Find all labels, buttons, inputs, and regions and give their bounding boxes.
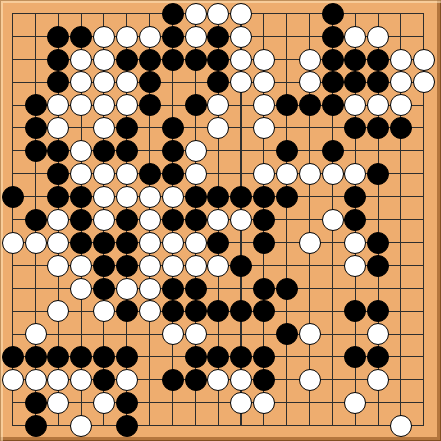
stone-white: [70, 415, 92, 437]
stone-black: [185, 209, 207, 231]
stone-black: [344, 49, 366, 71]
stone-black: [207, 186, 229, 208]
stone-white: [344, 392, 366, 414]
stone-black: [207, 232, 229, 254]
stone-white: [253, 392, 275, 414]
stone-white: [230, 49, 252, 71]
stone-white: [93, 71, 115, 93]
stone-white: [390, 94, 412, 116]
stone-black: [70, 26, 92, 48]
stone-white: [367, 323, 389, 345]
stone-white: [116, 94, 138, 116]
stone-black: [47, 346, 69, 368]
stone-black: [230, 346, 252, 368]
stone-white: [299, 71, 321, 93]
stone-black: [185, 49, 207, 71]
stone-white: [344, 255, 366, 277]
stone-black: [253, 369, 275, 391]
stone-white: [116, 278, 138, 300]
stone-black: [322, 3, 344, 25]
stone-black: [276, 323, 298, 345]
stone-white: [116, 369, 138, 391]
stone-black: [207, 71, 229, 93]
stone-white: [253, 94, 275, 116]
stone-white: [93, 300, 115, 322]
stone-black: [47, 71, 69, 93]
stone-white: [344, 26, 366, 48]
stone-black: [25, 392, 47, 414]
stone-white: [230, 3, 252, 25]
stone-black: [207, 49, 229, 71]
stone-black: [207, 346, 229, 368]
stone-white: [93, 26, 115, 48]
stone-black: [93, 278, 115, 300]
stone-black: [93, 369, 115, 391]
stone-white: [47, 94, 69, 116]
stone-black: [116, 209, 138, 231]
stone-black: [344, 186, 366, 208]
stone-white: [93, 49, 115, 71]
stone-black: [139, 49, 161, 71]
stone-black: [322, 49, 344, 71]
stone-black: [253, 346, 275, 368]
stone-black: [25, 346, 47, 368]
stone-white: [185, 232, 207, 254]
stone-white: [185, 255, 207, 277]
stone-black: [367, 300, 389, 322]
stone-black: [139, 163, 161, 185]
stone-black: [367, 346, 389, 368]
stone-black: [207, 26, 229, 48]
stone-white: [390, 49, 412, 71]
stone-white: [367, 94, 389, 116]
stone-white: [70, 71, 92, 93]
stone-black: [276, 140, 298, 162]
stone-black: [367, 49, 389, 71]
stone-white: [185, 26, 207, 48]
stone-black: [162, 117, 184, 139]
stone-white: [139, 255, 161, 277]
stone-white: [70, 255, 92, 277]
stone-white: [116, 186, 138, 208]
stone-white: [299, 163, 321, 185]
stone-white: [299, 323, 321, 345]
stone-black: [253, 278, 275, 300]
stone-black: [344, 117, 366, 139]
stone-white: [70, 369, 92, 391]
stone-white: [70, 49, 92, 71]
stone-white: [47, 369, 69, 391]
stone-black: [367, 163, 389, 185]
stone-black: [2, 186, 24, 208]
stone-black: [116, 392, 138, 414]
stone-white: [25, 323, 47, 345]
stone-white: [230, 209, 252, 231]
stone-black: [25, 117, 47, 139]
stone-black: [70, 186, 92, 208]
stone-white: [2, 369, 24, 391]
stone-white: [47, 392, 69, 414]
stone-white: [344, 232, 366, 254]
stone-white: [207, 255, 229, 277]
stone-black: [162, 300, 184, 322]
stone-black: [253, 300, 275, 322]
stone-black: [162, 369, 184, 391]
stone-white: [344, 163, 366, 185]
stone-black: [47, 49, 69, 71]
stone-white: [47, 232, 69, 254]
stone-black: [185, 346, 207, 368]
stone-white: [139, 232, 161, 254]
stone-black: [276, 278, 298, 300]
stone-white: [322, 209, 344, 231]
stone-black: [276, 186, 298, 208]
stone-white: [253, 49, 275, 71]
stone-black: [93, 232, 115, 254]
stone-black: [162, 26, 184, 48]
stone-black: [230, 186, 252, 208]
stone-black: [390, 117, 412, 139]
stone-black: [116, 300, 138, 322]
stone-white: [70, 94, 92, 116]
stone-white: [322, 163, 344, 185]
stone-black: [322, 71, 344, 93]
stone-black: [185, 278, 207, 300]
stone-white: [47, 300, 69, 322]
stone-white: [207, 3, 229, 25]
stone-white: [230, 369, 252, 391]
stone-white: [299, 232, 321, 254]
stone-black: [93, 346, 115, 368]
stone-white: [70, 163, 92, 185]
go-board[interactable]: [0, 0, 441, 441]
stone-white: [367, 369, 389, 391]
stone-white: [93, 163, 115, 185]
stone-white: [413, 71, 435, 93]
stone-black: [116, 232, 138, 254]
stone-white: [162, 232, 184, 254]
stone-black: [25, 415, 47, 437]
stone-white: [139, 186, 161, 208]
stone-white: [116, 26, 138, 48]
stone-black: [253, 232, 275, 254]
stone-white: [162, 323, 184, 345]
stone-black: [25, 140, 47, 162]
stone-black: [47, 140, 69, 162]
go-game-screenshot: [0, 0, 441, 441]
stone-black: [25, 94, 47, 116]
stone-white: [93, 392, 115, 414]
stone-black: [367, 255, 389, 277]
stone-white: [116, 163, 138, 185]
stone-black: [70, 346, 92, 368]
stone-black: [185, 369, 207, 391]
stone-black: [230, 300, 252, 322]
stone-white: [276, 163, 298, 185]
stone-white: [390, 71, 412, 93]
stone-white: [230, 26, 252, 48]
stone-white: [70, 140, 92, 162]
stone-white: [93, 94, 115, 116]
stone-black: [116, 117, 138, 139]
stone-white: [207, 369, 229, 391]
stone-white: [47, 209, 69, 231]
stone-white: [93, 117, 115, 139]
stone-black: [162, 209, 184, 231]
stone-black: [116, 49, 138, 71]
stone-black: [70, 232, 92, 254]
stone-black: [344, 209, 366, 231]
stone-black: [185, 300, 207, 322]
stone-white: [116, 71, 138, 93]
stone-black: [162, 140, 184, 162]
stone-black: [322, 26, 344, 48]
stone-white: [253, 163, 275, 185]
stone-black: [93, 140, 115, 162]
stone-white: [25, 232, 47, 254]
stone-black: [47, 26, 69, 48]
stone-black: [253, 209, 275, 231]
stone-black: [367, 232, 389, 254]
stone-white: [185, 323, 207, 345]
stone-black: [116, 255, 138, 277]
stone-white: [185, 3, 207, 25]
stone-white: [93, 209, 115, 231]
stone-black: [139, 71, 161, 93]
stone-black: [344, 346, 366, 368]
stone-white: [70, 278, 92, 300]
stone-white: [25, 369, 47, 391]
stone-black: [185, 94, 207, 116]
stone-white: [162, 255, 184, 277]
stone-white: [2, 232, 24, 254]
stone-white: [207, 209, 229, 231]
stone-black: [162, 49, 184, 71]
stone-black: [139, 94, 161, 116]
stone-white: [367, 26, 389, 48]
stone-black: [344, 300, 366, 322]
stone-black: [230, 255, 252, 277]
stone-white: [207, 117, 229, 139]
stone-black: [162, 3, 184, 25]
stone-black: [185, 186, 207, 208]
stone-black: [276, 94, 298, 116]
stone-black: [116, 346, 138, 368]
stone-black: [207, 300, 229, 322]
stone-white: [253, 117, 275, 139]
stone-black: [47, 163, 69, 185]
stone-black: [116, 415, 138, 437]
stone-white: [230, 392, 252, 414]
stone-black: [367, 71, 389, 93]
stone-white: [162, 186, 184, 208]
stone-black: [322, 94, 344, 116]
stone-white: [47, 255, 69, 277]
stone-black: [93, 255, 115, 277]
stone-black: [322, 140, 344, 162]
stone-black: [70, 209, 92, 231]
stone-white: [299, 369, 321, 391]
stones-layer: [0, 0, 441, 441]
stone-white: [139, 278, 161, 300]
stone-white: [139, 209, 161, 231]
stone-white: [139, 26, 161, 48]
stone-black: [2, 346, 24, 368]
stone-white: [185, 163, 207, 185]
stone-black: [344, 71, 366, 93]
stone-black: [162, 163, 184, 185]
stone-black: [116, 140, 138, 162]
stone-white: [299, 49, 321, 71]
stone-white: [253, 71, 275, 93]
stone-black: [47, 186, 69, 208]
stone-white: [139, 300, 161, 322]
stone-white: [207, 94, 229, 116]
stone-black: [25, 209, 47, 231]
stone-black: [253, 186, 275, 208]
stone-white: [230, 71, 252, 93]
stone-white: [390, 415, 412, 437]
stone-black: [367, 117, 389, 139]
stone-white: [344, 94, 366, 116]
stone-white: [93, 186, 115, 208]
stone-white: [47, 117, 69, 139]
stone-white: [185, 140, 207, 162]
stone-black: [299, 94, 321, 116]
stone-black: [162, 278, 184, 300]
stone-white: [413, 49, 435, 71]
